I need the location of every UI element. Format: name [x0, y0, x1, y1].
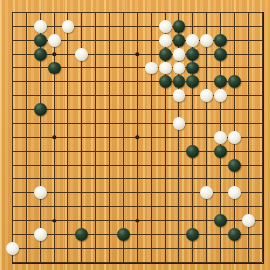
board-point[interactable] [255, 47, 269, 61]
board-point[interactable] [61, 228, 75, 242]
board-point[interactable] [241, 6, 255, 20]
board-point[interactable] [144, 158, 158, 172]
board-point[interactable] [117, 241, 131, 255]
board-point[interactable] [214, 200, 228, 214]
board-point[interactable] [214, 228, 228, 242]
board-point[interactable] [103, 255, 117, 269]
board-point[interactable] [6, 33, 20, 47]
board-point[interactable] [158, 241, 172, 255]
board-point[interactable] [241, 158, 255, 172]
board-point[interactable] [19, 241, 33, 255]
board-point[interactable] [200, 117, 214, 131]
board-point[interactable] [241, 33, 255, 47]
board-point[interactable] [103, 6, 117, 20]
board-point[interactable] [214, 186, 228, 200]
board-point[interactable] [214, 241, 228, 255]
board-point[interactable] [117, 103, 131, 117]
board-point[interactable] [117, 117, 131, 131]
board-point[interactable] [117, 19, 131, 33]
board-point[interactable] [47, 33, 61, 47]
board-point[interactable] [200, 130, 214, 144]
board-point[interactable] [130, 144, 144, 158]
board-point[interactable] [75, 186, 89, 200]
board-point[interactable] [47, 158, 61, 172]
board-point[interactable] [89, 117, 103, 131]
board-point[interactable] [33, 130, 47, 144]
board-point[interactable] [172, 117, 186, 131]
board-point[interactable] [117, 47, 131, 61]
board-point[interactable] [103, 186, 117, 200]
board-point[interactable] [47, 89, 61, 103]
board-point[interactable] [186, 255, 200, 269]
board-point[interactable] [6, 130, 20, 144]
board-point[interactable] [19, 255, 33, 269]
board-point[interactable] [103, 130, 117, 144]
board-point[interactable] [89, 200, 103, 214]
board-point[interactable] [228, 47, 242, 61]
board-point[interactable] [241, 117, 255, 131]
board-point[interactable] [214, 75, 228, 89]
board-point[interactable] [228, 200, 242, 214]
board-point[interactable] [200, 172, 214, 186]
board-point[interactable] [255, 117, 269, 131]
board-point[interactable] [214, 117, 228, 131]
board-point[interactable] [144, 75, 158, 89]
board-point[interactable] [241, 75, 255, 89]
board-point[interactable] [33, 6, 47, 20]
board-point[interactable] [144, 172, 158, 186]
board-point[interactable] [255, 172, 269, 186]
board-point[interactable] [6, 255, 20, 269]
board-point[interactable] [19, 19, 33, 33]
board-point[interactable] [6, 241, 20, 255]
board-point[interactable] [241, 200, 255, 214]
board-point[interactable] [47, 144, 61, 158]
board-point[interactable] [158, 33, 172, 47]
board-point[interactable] [241, 47, 255, 61]
board-point[interactable] [228, 144, 242, 158]
board-point[interactable] [6, 117, 20, 131]
board-point[interactable] [130, 158, 144, 172]
board-point[interactable] [130, 61, 144, 75]
board-point[interactable] [117, 144, 131, 158]
board-point[interactable] [144, 186, 158, 200]
board-point[interactable] [228, 130, 242, 144]
board-point[interactable] [228, 19, 242, 33]
board-point[interactable] [103, 61, 117, 75]
board-point[interactable] [186, 158, 200, 172]
board-point[interactable] [75, 255, 89, 269]
board-point[interactable] [117, 33, 131, 47]
board-point[interactable] [33, 33, 47, 47]
board-point[interactable] [47, 255, 61, 269]
board-point[interactable] [158, 228, 172, 242]
board-point[interactable] [19, 130, 33, 144]
board-point[interactable] [61, 214, 75, 228]
board-point[interactable] [89, 47, 103, 61]
board-point[interactable] [241, 241, 255, 255]
board-point[interactable] [214, 89, 228, 103]
board-point[interactable] [172, 33, 186, 47]
board-point[interactable] [61, 19, 75, 33]
board-point[interactable] [103, 241, 117, 255]
board-point[interactable] [228, 103, 242, 117]
board-point[interactable] [200, 228, 214, 242]
board-point[interactable] [255, 255, 269, 269]
board-point[interactable] [130, 117, 144, 131]
board-point[interactable] [89, 61, 103, 75]
board-point[interactable] [75, 144, 89, 158]
board-point[interactable] [200, 19, 214, 33]
board-point[interactable] [47, 241, 61, 255]
board-point[interactable] [172, 144, 186, 158]
board-point[interactable] [6, 61, 20, 75]
board-point[interactable] [130, 200, 144, 214]
board-point[interactable] [130, 214, 144, 228]
board-point[interactable] [172, 19, 186, 33]
board-point[interactable] [6, 103, 20, 117]
board-point[interactable] [103, 144, 117, 158]
board-point[interactable] [172, 6, 186, 20]
board-point[interactable] [255, 158, 269, 172]
board-point[interactable] [144, 117, 158, 131]
board-point[interactable] [200, 200, 214, 214]
board-point[interactable] [61, 241, 75, 255]
board-point[interactable] [33, 61, 47, 75]
board-point[interactable] [47, 130, 61, 144]
board-point[interactable] [241, 19, 255, 33]
board-point[interactable] [255, 144, 269, 158]
board-point[interactable] [61, 130, 75, 144]
board-point[interactable] [172, 186, 186, 200]
board-point[interactable] [6, 144, 20, 158]
board-point[interactable] [117, 200, 131, 214]
board-point[interactable] [241, 228, 255, 242]
board-point[interactable] [158, 117, 172, 131]
board-point[interactable] [117, 130, 131, 144]
board-point[interactable] [6, 186, 20, 200]
board-point[interactable] [47, 103, 61, 117]
board-point[interactable] [200, 47, 214, 61]
board-point[interactable] [186, 117, 200, 131]
board-point[interactable] [6, 19, 20, 33]
board-point[interactable] [200, 33, 214, 47]
board-point[interactable] [75, 103, 89, 117]
board-point[interactable] [47, 214, 61, 228]
board-point[interactable] [214, 130, 228, 144]
board-point[interactable] [19, 89, 33, 103]
board-point[interactable] [19, 117, 33, 131]
board-point[interactable] [75, 241, 89, 255]
board-point[interactable] [214, 19, 228, 33]
board-point[interactable] [144, 89, 158, 103]
board-point[interactable] [47, 6, 61, 20]
board-point[interactable] [103, 158, 117, 172]
board-point[interactable] [200, 103, 214, 117]
board-point[interactable] [158, 200, 172, 214]
board-point[interactable] [172, 47, 186, 61]
board-point[interactable] [172, 130, 186, 144]
board-point[interactable] [158, 75, 172, 89]
board-point[interactable] [228, 61, 242, 75]
board-point[interactable] [6, 6, 20, 20]
board-point[interactable] [186, 144, 200, 158]
board-point[interactable] [33, 172, 47, 186]
board-point[interactable] [200, 144, 214, 158]
board-point[interactable] [144, 33, 158, 47]
board-point[interactable] [75, 6, 89, 20]
board-point[interactable] [130, 6, 144, 20]
board-point[interactable] [214, 61, 228, 75]
board-point[interactable] [214, 47, 228, 61]
board-point[interactable] [75, 89, 89, 103]
board-point[interactable] [33, 158, 47, 172]
board-point[interactable] [89, 6, 103, 20]
board-point[interactable] [33, 19, 47, 33]
board-point[interactable] [158, 144, 172, 158]
board-point[interactable] [19, 6, 33, 20]
board-point[interactable] [61, 200, 75, 214]
board-point[interactable] [89, 130, 103, 144]
board-point[interactable] [158, 172, 172, 186]
board-point[interactable] [47, 200, 61, 214]
board-point[interactable] [172, 241, 186, 255]
board-point[interactable] [117, 89, 131, 103]
board-point[interactable] [255, 75, 269, 89]
board-point[interactable] [19, 47, 33, 61]
board-point[interactable] [33, 255, 47, 269]
board-point[interactable] [255, 61, 269, 75]
board-point[interactable] [255, 200, 269, 214]
board-point[interactable] [241, 172, 255, 186]
board-point[interactable] [61, 172, 75, 186]
board-point[interactable] [19, 172, 33, 186]
board-point[interactable] [186, 172, 200, 186]
board-point[interactable] [241, 103, 255, 117]
board-point[interactable] [89, 214, 103, 228]
board-point[interactable] [103, 75, 117, 89]
board-point[interactable] [255, 186, 269, 200]
board-point[interactable] [158, 61, 172, 75]
board-point[interactable] [241, 89, 255, 103]
board-point[interactable] [61, 103, 75, 117]
board-point[interactable] [89, 19, 103, 33]
board-point[interactable] [103, 117, 117, 131]
board-point[interactable] [214, 158, 228, 172]
board-point[interactable] [158, 214, 172, 228]
board-point[interactable] [186, 47, 200, 61]
board-point[interactable] [228, 228, 242, 242]
board-point[interactable] [19, 186, 33, 200]
board-point[interactable] [89, 228, 103, 242]
board-point[interactable] [186, 19, 200, 33]
board-point[interactable] [214, 214, 228, 228]
board-point[interactable] [241, 144, 255, 158]
board-point[interactable] [6, 47, 20, 61]
board-point[interactable] [61, 75, 75, 89]
board-point[interactable] [89, 255, 103, 269]
board-point[interactable] [158, 103, 172, 117]
board-point[interactable] [103, 172, 117, 186]
board-point[interactable] [19, 103, 33, 117]
board-point[interactable] [186, 200, 200, 214]
board-point[interactable] [228, 117, 242, 131]
board-point[interactable] [186, 130, 200, 144]
board-point[interactable] [144, 61, 158, 75]
board-point[interactable] [47, 117, 61, 131]
board-point[interactable] [103, 33, 117, 47]
board-point[interactable] [228, 214, 242, 228]
board-point[interactable] [172, 103, 186, 117]
board-point[interactable] [75, 117, 89, 131]
board-point[interactable] [33, 75, 47, 89]
board-point[interactable] [186, 214, 200, 228]
board-point[interactable] [214, 103, 228, 117]
board-point[interactable] [158, 158, 172, 172]
board-point[interactable] [172, 61, 186, 75]
board-point[interactable] [255, 6, 269, 20]
board-point[interactable] [89, 144, 103, 158]
board-point[interactable] [228, 6, 242, 20]
board-point[interactable] [228, 158, 242, 172]
board-point[interactable] [89, 75, 103, 89]
board-point[interactable] [103, 103, 117, 117]
board-point[interactable] [75, 214, 89, 228]
board-point[interactable] [117, 214, 131, 228]
board-point[interactable] [19, 33, 33, 47]
board-point[interactable] [158, 6, 172, 20]
board-point[interactable] [200, 241, 214, 255]
board-point[interactable] [103, 19, 117, 33]
board-point[interactable] [186, 75, 200, 89]
board-point[interactable] [158, 186, 172, 200]
board-point[interactable] [200, 61, 214, 75]
board-point[interactable] [75, 19, 89, 33]
board-point[interactable] [130, 172, 144, 186]
board-point[interactable] [241, 255, 255, 269]
board-point[interactable] [200, 75, 214, 89]
board-point[interactable] [89, 158, 103, 172]
board-point[interactable] [144, 241, 158, 255]
board-point[interactable] [172, 214, 186, 228]
board-point[interactable] [6, 200, 20, 214]
board-point[interactable] [117, 186, 131, 200]
board-point[interactable] [228, 241, 242, 255]
board-point[interactable] [19, 144, 33, 158]
board-point[interactable] [130, 255, 144, 269]
board-point[interactable] [255, 103, 269, 117]
board-point[interactable] [130, 103, 144, 117]
board-point[interactable] [130, 47, 144, 61]
board-point[interactable] [47, 47, 61, 61]
board-point[interactable] [241, 214, 255, 228]
board-point[interactable] [172, 89, 186, 103]
board-point[interactable] [75, 33, 89, 47]
board-point[interactable] [186, 241, 200, 255]
board-point[interactable] [117, 6, 131, 20]
board-point[interactable] [228, 75, 242, 89]
board-point[interactable] [61, 61, 75, 75]
board-point[interactable] [200, 6, 214, 20]
board-point[interactable] [172, 255, 186, 269]
board-point[interactable] [144, 228, 158, 242]
board-point[interactable] [144, 103, 158, 117]
board-point[interactable] [89, 172, 103, 186]
board-point[interactable] [61, 47, 75, 61]
board-point[interactable] [200, 89, 214, 103]
board-point[interactable] [6, 89, 20, 103]
board-point[interactable] [47, 186, 61, 200]
board-point[interactable] [61, 117, 75, 131]
board-point[interactable] [172, 200, 186, 214]
board-point[interactable] [158, 47, 172, 61]
board-point[interactable] [144, 255, 158, 269]
board-point[interactable] [103, 200, 117, 214]
board-point[interactable] [144, 6, 158, 20]
board-point[interactable] [103, 228, 117, 242]
board-point[interactable] [172, 172, 186, 186]
board-point[interactable] [61, 144, 75, 158]
board-point[interactable] [158, 19, 172, 33]
board-point[interactable] [33, 228, 47, 242]
board-point[interactable] [255, 33, 269, 47]
board-point[interactable] [186, 89, 200, 103]
board-point[interactable] [75, 158, 89, 172]
board-point[interactable] [241, 61, 255, 75]
board-point[interactable] [117, 61, 131, 75]
board-point[interactable] [158, 255, 172, 269]
board-point[interactable] [33, 47, 47, 61]
board-point[interactable] [75, 47, 89, 61]
board-point[interactable] [117, 255, 131, 269]
board-point[interactable] [75, 228, 89, 242]
board-point[interactable] [130, 19, 144, 33]
board-point[interactable] [61, 33, 75, 47]
board-point[interactable] [103, 214, 117, 228]
board-point[interactable] [228, 33, 242, 47]
board-point[interactable] [130, 89, 144, 103]
board-point[interactable] [144, 19, 158, 33]
board-point[interactable] [33, 144, 47, 158]
board-point[interactable] [6, 158, 20, 172]
board-point[interactable] [19, 214, 33, 228]
board-point[interactable] [228, 89, 242, 103]
board-point[interactable] [172, 228, 186, 242]
board-point[interactable] [144, 200, 158, 214]
board-point[interactable] [144, 130, 158, 144]
board-point[interactable] [255, 89, 269, 103]
board-point[interactable] [130, 75, 144, 89]
board-point[interactable] [33, 117, 47, 131]
board-point[interactable] [228, 255, 242, 269]
board-point[interactable] [144, 214, 158, 228]
board-point[interactable] [19, 61, 33, 75]
board-point[interactable] [19, 75, 33, 89]
board-point[interactable] [6, 214, 20, 228]
board-point[interactable] [144, 144, 158, 158]
board-point[interactable] [255, 241, 269, 255]
board-point[interactable] [117, 172, 131, 186]
board-point[interactable] [241, 186, 255, 200]
board-point[interactable] [6, 172, 20, 186]
board-point[interactable] [255, 19, 269, 33]
board-point[interactable] [117, 228, 131, 242]
board-point[interactable] [186, 186, 200, 200]
board-point[interactable] [33, 200, 47, 214]
board-point[interactable] [33, 186, 47, 200]
board-point[interactable] [47, 19, 61, 33]
board-point[interactable] [103, 89, 117, 103]
